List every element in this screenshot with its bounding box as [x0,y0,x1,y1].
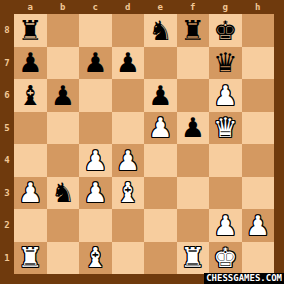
file-label-d: d [112,0,145,14]
square-g4[interactable] [209,144,242,177]
square-g3[interactable] [209,177,242,210]
white-pawn: ♟ [148,114,172,141]
file-label-a: a [14,0,47,14]
square-e1[interactable] [144,242,177,275]
square-a5[interactable] [14,112,47,145]
square-g6[interactable]: ♟ [209,79,242,112]
square-f2[interactable] [177,209,210,242]
black-knight: ♞ [51,179,75,206]
square-d1[interactable] [112,242,145,275]
square-c7[interactable]: ♟ [79,47,112,80]
square-f1[interactable]: ♜ [177,242,210,275]
square-e4[interactable] [144,144,177,177]
white-pawn: ♟ [213,82,237,109]
black-knight: ♞ [148,17,172,44]
white-rook: ♜ [18,244,42,271]
rank-label-4: 4 [0,144,14,177]
black-pawn: ♟ [83,49,107,76]
file-label-g: g [209,0,242,14]
square-e2[interactable] [144,209,177,242]
chess-board: ♜♞♜♚♟♟♟♛♝♟♟♟♟♟♛♟♟♟♞♟♝♟♟♜♝♜♚ [14,14,274,274]
square-e3[interactable] [144,177,177,210]
black-rook: ♜ [181,17,205,44]
black-bishop: ♝ [18,82,42,109]
square-d7[interactable]: ♟ [112,47,145,80]
rank-label-8: 8 [0,14,14,47]
square-g5[interactable]: ♛ [209,112,242,145]
square-e5[interactable]: ♟ [144,112,177,145]
square-b8[interactable] [47,14,80,47]
file-label-c: c [79,0,112,14]
black-pawn: ♟ [181,114,205,141]
square-h5[interactable] [242,112,275,145]
white-pawn: ♟ [213,212,237,239]
square-b4[interactable] [47,144,80,177]
square-h7[interactable] [242,47,275,80]
white-queen: ♛ [213,114,237,141]
chess-board-frame: abcdefgh 87654321 ♜♞♜♚♟♟♟♛♝♟♟♟♟♟♛♟♟♟♞♟♝♟… [0,0,284,284]
square-b7[interactable] [47,47,80,80]
square-c1[interactable]: ♝ [79,242,112,275]
black-pawn: ♟ [148,82,172,109]
square-b1[interactable] [47,242,80,275]
square-a6[interactable]: ♝ [14,79,47,112]
square-b3[interactable]: ♞ [47,177,80,210]
square-a8[interactable]: ♜ [14,14,47,47]
square-a1[interactable]: ♜ [14,242,47,275]
square-d6[interactable] [112,79,145,112]
square-d3[interactable]: ♝ [112,177,145,210]
black-pawn: ♟ [116,49,140,76]
square-c6[interactable] [79,79,112,112]
square-d2[interactable] [112,209,145,242]
white-bishop: ♝ [116,179,140,206]
square-e7[interactable] [144,47,177,80]
rank-label-1: 1 [0,242,14,275]
file-label-b: b [47,0,80,14]
rank-label-2: 2 [0,209,14,242]
square-f7[interactable] [177,47,210,80]
file-label-e: e [144,0,177,14]
rank-labels: 87654321 [0,14,14,274]
square-a7[interactable]: ♟ [14,47,47,80]
square-d4[interactable]: ♟ [112,144,145,177]
square-d5[interactable] [112,112,145,145]
white-pawn: ♟ [116,147,140,174]
square-a2[interactable] [14,209,47,242]
white-pawn: ♟ [83,147,107,174]
file-label-f: f [177,0,210,14]
square-c8[interactable] [79,14,112,47]
white-pawn: ♟ [246,212,270,239]
square-b6[interactable]: ♟ [47,79,80,112]
file-label-h: h [242,0,275,14]
rank-label-6: 6 [0,79,14,112]
square-h6[interactable] [242,79,275,112]
square-g7[interactable]: ♛ [209,47,242,80]
black-queen: ♛ [213,49,237,76]
square-e6[interactable]: ♟ [144,79,177,112]
square-e8[interactable]: ♞ [144,14,177,47]
file-labels: abcdefgh [14,0,274,14]
black-pawn: ♟ [51,82,75,109]
square-f8[interactable]: ♜ [177,14,210,47]
square-c2[interactable] [79,209,112,242]
square-b5[interactable] [47,112,80,145]
square-c3[interactable]: ♟ [79,177,112,210]
square-h4[interactable] [242,144,275,177]
square-f6[interactable] [177,79,210,112]
white-rook: ♜ [181,244,205,271]
white-pawn: ♟ [83,179,107,206]
chessgames-watermark[interactable]: CHESSGAMES.COM [204,273,284,284]
square-h8[interactable] [242,14,275,47]
square-c5[interactable] [79,112,112,145]
white-pawn: ♟ [18,179,42,206]
square-b2[interactable] [47,209,80,242]
white-bishop: ♝ [83,244,107,271]
black-king: ♚ [213,17,237,44]
white-king: ♚ [213,244,237,271]
square-f4[interactable] [177,144,210,177]
square-h2[interactable]: ♟ [242,209,275,242]
square-h1[interactable] [242,242,275,275]
rank-label-7: 7 [0,47,14,80]
square-a3[interactable]: ♟ [14,177,47,210]
square-d8[interactable] [112,14,145,47]
black-rook: ♜ [18,17,42,44]
square-a4[interactable] [14,144,47,177]
black-pawn: ♟ [18,49,42,76]
square-g2[interactable]: ♟ [209,209,242,242]
square-g1[interactable]: ♚ [209,242,242,275]
rank-label-3: 3 [0,177,14,210]
square-f3[interactable] [177,177,210,210]
square-g8[interactable]: ♚ [209,14,242,47]
square-h3[interactable] [242,177,275,210]
rank-label-5: 5 [0,112,14,145]
square-c4[interactable]: ♟ [79,144,112,177]
square-f5[interactable]: ♟ [177,112,210,145]
